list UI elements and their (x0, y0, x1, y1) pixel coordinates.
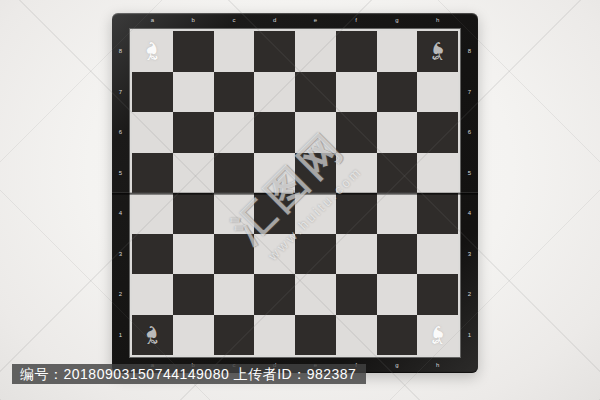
square-c1[interactable] (214, 315, 255, 356)
square-b1[interactable] (173, 315, 214, 356)
rank-label: 3 (114, 234, 127, 275)
square-e3[interactable] (295, 234, 336, 275)
uploader-id-value: 982387 (307, 366, 357, 382)
rank-label: 3 (463, 234, 476, 275)
rank-label: 5 (463, 153, 476, 194)
rank-label: 7 (463, 72, 476, 113)
rank-label: 2 (114, 274, 127, 315)
rank-label: 5 (114, 153, 127, 194)
square-b7[interactable] (173, 72, 214, 113)
square-d4[interactable] (254, 193, 295, 234)
square-a6[interactable] (132, 112, 173, 153)
rank-label: 8 (463, 31, 476, 72)
square-c5[interactable] (214, 153, 255, 194)
square-h4[interactable] (417, 193, 458, 234)
square-b5[interactable] (173, 153, 214, 194)
square-g6[interactable] (377, 112, 418, 153)
square-f7[interactable] (336, 72, 377, 113)
square-d1[interactable] (254, 315, 295, 356)
square-c2[interactable] (214, 274, 255, 315)
square-h7[interactable] (417, 72, 458, 113)
square-b3[interactable] (173, 234, 214, 275)
rank-label: 1 (114, 315, 127, 356)
square-a5[interactable] (132, 153, 173, 194)
square-e6[interactable] (295, 112, 336, 153)
square-h3[interactable] (417, 234, 458, 275)
corner-flourish-icon: ❧ (129, 311, 176, 358)
square-e4[interactable] (295, 193, 336, 234)
file-label: c (214, 15, 255, 26)
file-label: d (254, 15, 295, 26)
square-c6[interactable] (214, 112, 255, 153)
square-a8[interactable]: ❧ (132, 31, 173, 72)
file-label: e (295, 15, 336, 26)
file-label: b (173, 15, 214, 26)
square-f2[interactable] (336, 274, 377, 315)
rank-label: 4 (463, 193, 476, 234)
corner-flourish-icon: ❧ (414, 311, 461, 358)
square-f5[interactable] (336, 153, 377, 194)
square-d8[interactable] (254, 31, 295, 72)
square-d6[interactable] (254, 112, 295, 153)
rank-label: 2 (463, 274, 476, 315)
photo-id-label: 编号： (20, 366, 64, 382)
photo-id-value: 20180903150744149080 (64, 366, 230, 382)
square-d5[interactable] (254, 153, 295, 194)
square-a3[interactable] (132, 234, 173, 275)
rank-label: 7 (114, 72, 127, 113)
square-d3[interactable] (254, 234, 295, 275)
square-g3[interactable] (377, 234, 418, 275)
square-g7[interactable] (377, 72, 418, 113)
square-g8[interactable] (377, 31, 418, 72)
board-fold-hinge (112, 192, 478, 195)
chess-board: abcdefgh abcdefgh 87654321 87654321 ❧❧❧❧ (112, 13, 478, 373)
file-label: a (132, 15, 173, 26)
square-a4[interactable] (132, 193, 173, 234)
file-label: f (336, 15, 377, 26)
square-f6[interactable] (336, 112, 377, 153)
square-b2[interactable] (173, 274, 214, 315)
square-b4[interactable] (173, 193, 214, 234)
rank-label: 6 (114, 112, 127, 153)
square-g2[interactable] (377, 274, 418, 315)
corner-flourish-icon: ❧ (414, 28, 461, 75)
square-b6[interactable] (173, 112, 214, 153)
square-f3[interactable] (336, 234, 377, 275)
square-c7[interactable] (214, 72, 255, 113)
rank-label: 6 (463, 112, 476, 153)
rank-label: 4 (114, 193, 127, 234)
square-c8[interactable] (214, 31, 255, 72)
file-label: g (377, 15, 418, 26)
square-f4[interactable] (336, 193, 377, 234)
square-h5[interactable] (417, 153, 458, 194)
square-c4[interactable] (214, 193, 255, 234)
square-a1[interactable]: ❧ (132, 315, 173, 356)
square-f8[interactable] (336, 31, 377, 72)
file-label: h (417, 15, 458, 26)
square-e8[interactable] (295, 31, 336, 72)
square-h2[interactable] (417, 274, 458, 315)
square-g5[interactable] (377, 153, 418, 194)
square-g4[interactable] (377, 193, 418, 234)
square-b8[interactable] (173, 31, 214, 72)
file-label: h (417, 360, 458, 371)
square-c3[interactable] (214, 234, 255, 275)
uploader-id-label: 上传者ID： (234, 366, 307, 382)
rank-label: 8 (114, 31, 127, 72)
stock-photo-canvas: abcdefgh abcdefgh 87654321 87654321 ❧❧❧❧… (0, 0, 600, 400)
square-g1[interactable] (377, 315, 418, 356)
square-a2[interactable] (132, 274, 173, 315)
square-f1[interactable] (336, 315, 377, 356)
square-d7[interactable] (254, 72, 295, 113)
square-d2[interactable] (254, 274, 295, 315)
file-label: g (377, 360, 418, 371)
file-labels-top: abcdefgh (132, 15, 458, 26)
square-e1[interactable] (295, 315, 336, 356)
square-h6[interactable] (417, 112, 458, 153)
square-e7[interactable] (295, 72, 336, 113)
square-h1[interactable]: ❧ (417, 315, 458, 356)
square-a7[interactable] (132, 72, 173, 113)
corner-flourish-icon: ❧ (129, 28, 176, 75)
square-e5[interactable] (295, 153, 336, 194)
square-e2[interactable] (295, 274, 336, 315)
rank-label: 1 (463, 315, 476, 356)
square-h8[interactable]: ❧ (417, 31, 458, 72)
photo-caption-bar: 编号：20180903150744149080 上传者ID：982387 (12, 364, 366, 384)
